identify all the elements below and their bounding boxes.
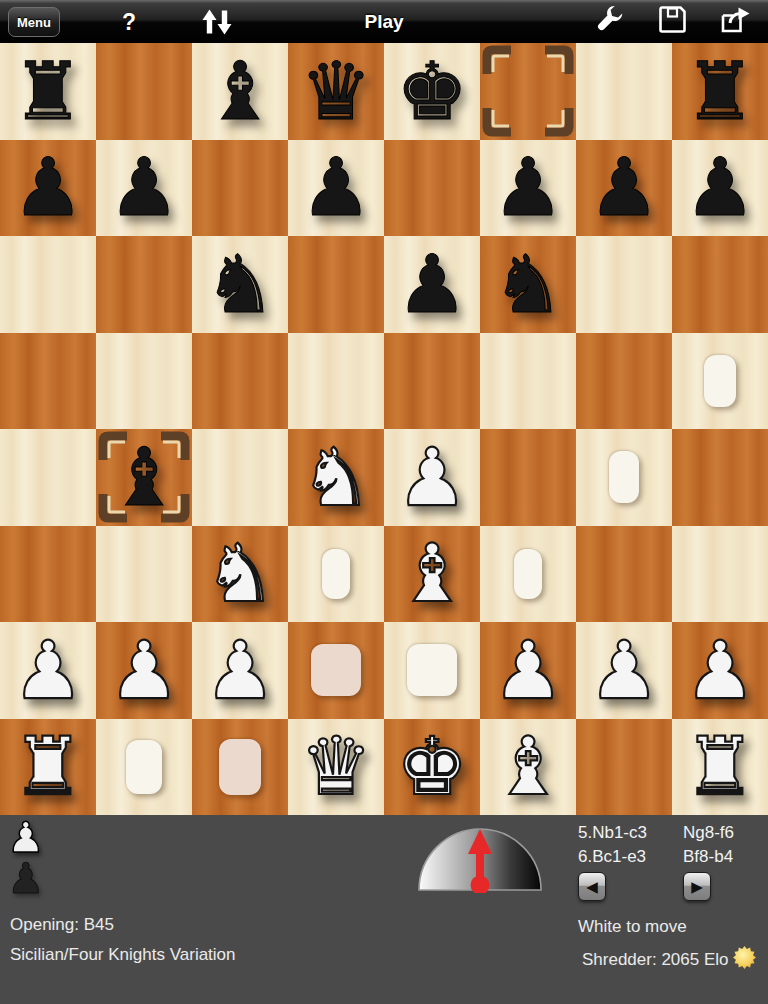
square-h4[interactable]: [672, 429, 768, 526]
square-d1[interactable]: ♛: [288, 719, 384, 816]
ghost-square-marker: [407, 644, 457, 696]
square-d8[interactable]: ♛: [288, 43, 384, 140]
square-c8[interactable]: ♝: [192, 43, 288, 140]
piece-black-bishop[interactable]: ♝: [192, 43, 288, 140]
square-a8[interactable]: ♜: [0, 43, 96, 140]
wrench-icon[interactable]: [595, 4, 625, 39]
piece-white-pawn[interactable]: ♟: [0, 622, 96, 719]
move-white: 5.Nb1-c3: [578, 821, 683, 845]
square-h1[interactable]: ♜: [672, 719, 768, 816]
move-list[interactable]: 5.Nb1-c3 Ng8-f6 6.Bc1-e3 Bf8-b4: [578, 821, 734, 869]
piece-black-knight[interactable]: ♞: [192, 236, 288, 333]
evaluation-gauge: [417, 827, 543, 897]
square-h7[interactable]: ♟: [672, 140, 768, 237]
piece-black-bishop[interactable]: ♝: [96, 429, 192, 526]
share-icon[interactable]: [720, 6, 752, 37]
ghost-square-marker: [322, 549, 350, 599]
piece-black-rook[interactable]: ♜: [0, 43, 96, 140]
piece-white-rook[interactable]: ♜: [672, 719, 768, 816]
piece-black-knight[interactable]: ♞: [480, 236, 576, 333]
square-e7[interactable]: [384, 140, 480, 237]
square-d2[interactable]: [288, 622, 384, 719]
piece-white-bishop[interactable]: ♝: [384, 526, 480, 623]
square-e1[interactable]: ♚: [384, 719, 480, 816]
square-b8[interactable]: [96, 43, 192, 140]
save-icon[interactable]: [659, 6, 686, 37]
square-d4[interactable]: ♞: [288, 429, 384, 526]
square-b2[interactable]: ♟: [96, 622, 192, 719]
square-d3[interactable]: [288, 526, 384, 623]
piece-white-pawn[interactable]: ♟: [480, 622, 576, 719]
square-g7[interactable]: ♟: [576, 140, 672, 237]
forward-move-button[interactable]: ▶: [683, 872, 711, 901]
piece-white-bishop[interactable]: ♝: [480, 719, 576, 816]
ghost-square-marker: [609, 451, 639, 503]
piece-white-rook[interactable]: ♜: [0, 719, 96, 816]
square-f4[interactable]: [480, 429, 576, 526]
square-c4[interactable]: [192, 429, 288, 526]
square-h8[interactable]: ♜: [672, 43, 768, 140]
square-g5[interactable]: [576, 333, 672, 430]
square-a5[interactable]: [0, 333, 96, 430]
square-a2[interactable]: ♟: [0, 622, 96, 719]
piece-black-king[interactable]: ♚: [384, 43, 480, 140]
square-e4[interactable]: ♟: [384, 429, 480, 526]
move-black: Ng8-f6: [683, 821, 734, 845]
info-panel: ♟ ♟ Opening: B45 Sicilian/Four Knights V…: [0, 815, 768, 1004]
move-black: Bf8-b4: [683, 845, 734, 869]
piece-white-knight[interactable]: ♞: [288, 429, 384, 526]
piece-white-king[interactable]: ♚: [384, 719, 480, 816]
piece-white-queen[interactable]: ♛: [288, 719, 384, 816]
square-a1[interactable]: ♜: [0, 719, 96, 816]
piece-white-pawn[interactable]: ♟: [96, 622, 192, 719]
square-g1[interactable]: [576, 719, 672, 816]
square-e5[interactable]: [384, 333, 480, 430]
ghost-square-marker: [219, 739, 261, 795]
square-g4[interactable]: [576, 429, 672, 526]
square-a3[interactable]: [0, 526, 96, 623]
square-h2[interactable]: ♟: [672, 622, 768, 719]
square-h3[interactable]: [672, 526, 768, 623]
piece-black-pawn[interactable]: ♟: [288, 140, 384, 237]
piece-white-pawn[interactable]: ♟: [672, 622, 768, 719]
square-c2[interactable]: ♟: [192, 622, 288, 719]
square-h6[interactable]: [672, 236, 768, 333]
square-b7[interactable]: ♟: [96, 140, 192, 237]
move-highlight-brackets: [480, 43, 576, 140]
square-a4[interactable]: [0, 429, 96, 526]
square-e3[interactable]: ♝: [384, 526, 480, 623]
square-c7[interactable]: [192, 140, 288, 237]
square-a7[interactable]: ♟: [0, 140, 96, 237]
square-g3[interactable]: [576, 526, 672, 623]
square-f2[interactable]: ♟: [480, 622, 576, 719]
piece-black-rook[interactable]: ♜: [672, 43, 768, 140]
square-e8[interactable]: ♚: [384, 43, 480, 140]
square-h5[interactable]: [672, 333, 768, 430]
top-bar-actions: [595, 0, 768, 43]
square-f7[interactable]: ♟: [480, 140, 576, 237]
piece-white-knight[interactable]: ♞: [192, 526, 288, 623]
square-b6[interactable]: [96, 236, 192, 333]
square-f1[interactable]: ♝: [480, 719, 576, 816]
square-e2[interactable]: [384, 622, 480, 719]
square-c1[interactable]: [192, 719, 288, 816]
square-a6[interactable]: [0, 236, 96, 333]
chess-board: ♜♝♛♚♜♟♟♟♟♟♟♞♟♞♝♞♟♞♝♟♟♟♟♟♟♜♛♚♝♜: [0, 43, 768, 815]
square-b3[interactable]: [96, 526, 192, 623]
square-g8[interactable]: [576, 43, 672, 140]
piece-black-pawn[interactable]: ♟: [96, 140, 192, 237]
square-d6[interactable]: [288, 236, 384, 333]
piece-black-pawn[interactable]: ♟: [480, 140, 576, 237]
square-d7[interactable]: ♟: [288, 140, 384, 237]
square-c3[interactable]: ♞: [192, 526, 288, 623]
top-bar: Menu ? Play: [0, 0, 768, 44]
ghost-square-marker: [311, 644, 361, 696]
square-c5[interactable]: [192, 333, 288, 430]
captured-white-pawn: ♟: [7, 817, 45, 859]
piece-black-pawn[interactable]: ♟: [576, 140, 672, 237]
sun-badge-icon: [733, 946, 756, 973]
back-move-button[interactable]: ◀: [578, 872, 606, 901]
ghost-square-marker: [514, 549, 542, 599]
move-white: 6.Bc1-e3: [578, 845, 683, 869]
square-f6[interactable]: ♞: [480, 236, 576, 333]
square-b4[interactable]: ♝: [96, 429, 192, 526]
square-f3[interactable]: [480, 526, 576, 623]
square-d5[interactable]: [288, 333, 384, 430]
opening-name: Sicilian/Four Knights Variation: [10, 945, 236, 965]
piece-white-pawn[interactable]: ♟: [192, 622, 288, 719]
piece-white-pawn[interactable]: ♟: [384, 429, 480, 526]
captured-black-pawn: ♟: [7, 858, 45, 900]
square-f8[interactable]: [480, 43, 576, 140]
side-to-move-status: White to move: [578, 917, 687, 937]
opening-code: Opening: B45: [10, 915, 114, 935]
square-g2[interactable]: ♟: [576, 622, 672, 719]
square-e6[interactable]: ♟: [384, 236, 480, 333]
ghost-square-marker: [126, 740, 162, 794]
piece-black-pawn[interactable]: ♟: [672, 140, 768, 237]
piece-black-pawn[interactable]: ♟: [384, 236, 480, 333]
piece-black-queen[interactable]: ♛: [288, 43, 384, 140]
square-b1[interactable]: [96, 719, 192, 816]
shredder-chess-app: Menu ? Play: [0, 0, 768, 1004]
square-g6[interactable]: [576, 236, 672, 333]
square-f5[interactable]: [480, 333, 576, 430]
square-c6[interactable]: ♞: [192, 236, 288, 333]
piece-white-pawn[interactable]: ♟: [576, 622, 672, 719]
ghost-square-marker: [704, 355, 736, 407]
engine-strength-label: Shredder: 2065 Elo: [582, 950, 729, 970]
square-b5[interactable]: [96, 333, 192, 430]
piece-black-pawn[interactable]: ♟: [0, 140, 96, 237]
